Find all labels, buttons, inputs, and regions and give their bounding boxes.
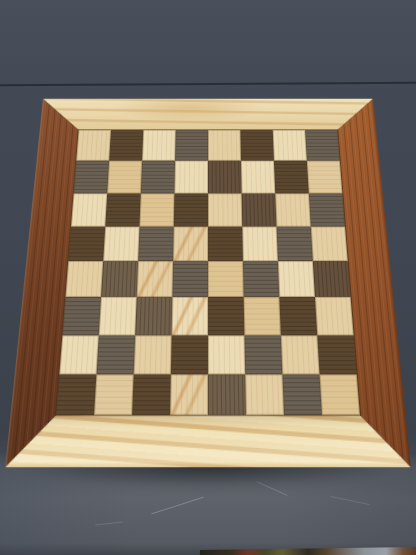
square-d1[interactable] [170, 374, 208, 415]
square-d2[interactable] [171, 335, 208, 374]
square-d3[interactable] [172, 297, 208, 335]
square-f1[interactable] [245, 374, 284, 415]
square-f5[interactable] [242, 226, 278, 261]
square-a3[interactable] [62, 297, 101, 335]
square-a8[interactable] [76, 130, 111, 161]
scene [0, 0, 416, 555]
square-e6[interactable] [208, 193, 242, 226]
square-a6[interactable] [71, 193, 107, 226]
square-c8[interactable] [142, 130, 176, 161]
square-a4[interactable] [65, 261, 103, 297]
square-e3[interactable] [208, 297, 244, 335]
square-d4[interactable] [172, 261, 208, 297]
square-d7[interactable] [174, 161, 208, 193]
square-g4[interactable] [278, 261, 315, 297]
square-d8[interactable] [175, 130, 208, 161]
square-e5[interactable] [208, 226, 243, 261]
square-b1[interactable] [94, 374, 134, 415]
square-b7[interactable] [107, 161, 142, 193]
square-g5[interactable] [277, 226, 313, 261]
square-a1[interactable] [56, 374, 96, 415]
square-c4[interactable] [137, 261, 173, 297]
square-g3[interactable] [279, 297, 317, 335]
chessboard [5, 99, 411, 467]
frame-top-ash [40, 99, 376, 130]
square-e7[interactable] [208, 161, 242, 193]
square-e4[interactable] [208, 261, 244, 297]
square-h8[interactable] [305, 130, 340, 161]
square-e2[interactable] [208, 335, 245, 374]
square-b6[interactable] [105, 193, 141, 226]
square-c6[interactable] [139, 193, 174, 226]
square-h6[interactable] [309, 193, 345, 226]
square-h2[interactable] [317, 335, 357, 374]
square-f2[interactable] [244, 335, 282, 374]
square-b2[interactable] [96, 335, 135, 374]
square-h1[interactable] [320, 374, 360, 415]
square-g8[interactable] [273, 130, 307, 161]
square-b5[interactable] [103, 226, 139, 261]
square-f3[interactable] [244, 297, 281, 335]
square-a7[interactable] [74, 161, 110, 193]
square-e8[interactable] [208, 130, 241, 161]
square-g1[interactable] [282, 374, 322, 415]
square-c5[interactable] [138, 226, 174, 261]
square-b3[interactable] [99, 297, 137, 335]
square-c3[interactable] [135, 297, 172, 335]
square-a2[interactable] [59, 335, 99, 374]
square-d6[interactable] [174, 193, 208, 226]
square-b4[interactable] [101, 261, 138, 297]
wall-upper-band [0, 0, 416, 84]
frame-bottom-ash [5, 415, 411, 467]
square-h3[interactable] [315, 297, 354, 335]
square-f4[interactable] [243, 261, 279, 297]
square-c7[interactable] [141, 161, 175, 193]
square-e1[interactable] [208, 374, 246, 415]
board-grid [56, 130, 360, 415]
square-f8[interactable] [240, 130, 274, 161]
square-d5[interactable] [173, 226, 208, 261]
square-a5[interactable] [68, 226, 105, 261]
square-f7[interactable] [241, 161, 275, 193]
square-c2[interactable] [134, 335, 172, 374]
square-h7[interactable] [307, 161, 343, 193]
square-h5[interactable] [311, 226, 348, 261]
square-g2[interactable] [281, 335, 320, 374]
square-f6[interactable] [242, 193, 277, 226]
square-h4[interactable] [313, 261, 351, 297]
square-b8[interactable] [109, 130, 143, 161]
square-g6[interactable] [275, 193, 311, 226]
square-g7[interactable] [274, 161, 309, 193]
square-c1[interactable] [132, 374, 171, 415]
